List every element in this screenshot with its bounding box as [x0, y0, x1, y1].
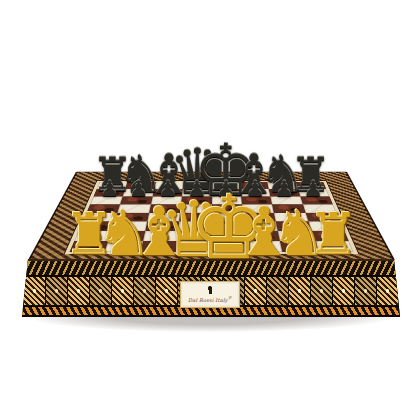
chess-board: [28, 172, 395, 260]
square-c1: [141, 241, 178, 252]
square-c8: [154, 182, 183, 189]
board-inner-frame: [65, 181, 358, 254]
square-e3: [212, 222, 245, 231]
square-f7: [240, 189, 270, 196]
square-e5: [212, 204, 243, 212]
mosaic-tile: [46, 277, 67, 305]
square-h3: [308, 222, 344, 231]
board-squares-grid: [70, 182, 354, 252]
square-f6: [241, 196, 272, 204]
mosaic-tile: [156, 277, 177, 305]
mosaic-tile: [24, 277, 45, 305]
square-h1: [315, 241, 354, 252]
square-f8: [239, 182, 268, 189]
mosaic-tile: [355, 277, 376, 305]
chess-set-product-photo: ♜♞♝♛♚♝♞♜♟♟♟♟♟♟♟♟♟♟♟♟♟♟♟♟♜♞♝♛♚♝♞♜ Dal Ros…: [0, 0, 416, 416]
square-f2: [245, 231, 280, 241]
square-b1: [105, 241, 143, 252]
square-g3: [276, 222, 311, 231]
square-g6: [271, 196, 303, 204]
box-front-panel: Dal Rossi Italy®: [22, 259, 400, 317]
square-e2: [212, 231, 246, 241]
square-a8: [97, 182, 128, 189]
square-d6: [181, 196, 211, 204]
square-a5: [86, 204, 120, 212]
square-h6: [300, 196, 333, 204]
square-h8: [295, 182, 326, 189]
square-g1: [280, 241, 318, 252]
square-g4: [274, 213, 308, 222]
square-g7: [269, 189, 300, 196]
square-e6: [212, 196, 242, 204]
square-a7: [93, 189, 125, 196]
square-d4: [179, 213, 211, 222]
square-f1: [246, 241, 283, 252]
square-a3: [79, 222, 115, 231]
square-c2: [143, 231, 178, 241]
mosaic-tile: [333, 277, 354, 305]
square-g2: [278, 231, 315, 241]
mosaic-tile: [68, 277, 89, 305]
square-h7: [298, 189, 330, 196]
square-d7: [182, 189, 212, 196]
square-d2: [177, 231, 211, 241]
square-d1: [176, 241, 211, 252]
square-d3: [178, 222, 211, 231]
square-b4: [115, 213, 149, 222]
square-g8: [267, 182, 297, 189]
square-d5: [180, 204, 211, 212]
square-e7: [212, 189, 242, 196]
square-a6: [90, 196, 123, 204]
mosaic-tile: [311, 277, 332, 305]
square-b3: [112, 222, 147, 231]
square-f3: [244, 222, 278, 231]
mosaic-tile: [377, 277, 398, 305]
square-b5: [118, 204, 151, 212]
square-c6: [151, 196, 182, 204]
registered-mark: ®: [228, 295, 232, 300]
square-h4: [305, 213, 340, 222]
square-f4: [243, 213, 276, 222]
square-b8: [125, 182, 155, 189]
square-h5: [303, 204, 337, 212]
mosaic-tile: [112, 277, 133, 305]
square-b7: [123, 189, 154, 196]
square-b2: [108, 231, 145, 241]
square-e8: [212, 182, 241, 189]
brand-plaque: Dal Rossi Italy®: [180, 281, 240, 308]
square-e4: [212, 213, 244, 222]
square-h2: [311, 231, 349, 241]
square-a2: [74, 231, 112, 241]
mosaic-tile: [90, 277, 111, 305]
keyhole-icon: [207, 286, 213, 294]
mosaic-tile: [245, 277, 266, 305]
square-f5: [242, 204, 274, 212]
mosaic-tile: [289, 277, 310, 305]
mosaic-tile: [134, 277, 155, 305]
brand-label: Dal Rossi Italy®: [188, 295, 232, 303]
brand-label-text: Dal Rossi Italy: [188, 297, 228, 303]
square-a1: [70, 241, 109, 252]
square-g5: [272, 204, 305, 212]
mosaic-tile: [267, 277, 288, 305]
square-d8: [183, 182, 212, 189]
square-c4: [147, 213, 180, 222]
square-e1: [212, 241, 247, 252]
mosaic-zigzag-band: [22, 259, 400, 276]
square-c5: [149, 204, 181, 212]
square-c3: [145, 222, 179, 231]
square-c7: [152, 189, 182, 196]
square-b6: [120, 196, 152, 204]
square-a4: [83, 213, 118, 222]
